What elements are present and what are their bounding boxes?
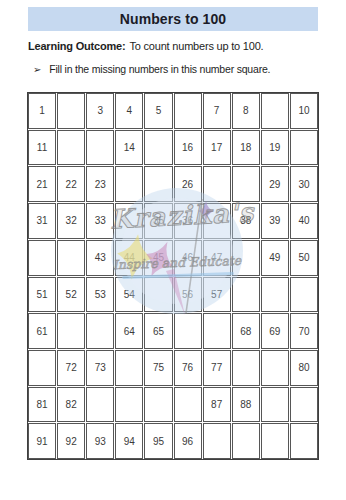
- grid-cell-r9-c8: 88: [232, 387, 260, 423]
- instruction-line: ➢ Fill in the missing numbers in this nu…: [33, 63, 270, 76]
- grid-cell-r4-c6: 36: [174, 203, 202, 239]
- grid-cell-r9-c3[interactable]: [86, 387, 114, 423]
- grid-cell-r10-c4: 94: [115, 423, 143, 459]
- grid-cell-r1-c9[interactable]: [261, 93, 289, 129]
- grid-cell-r4-c9: 39: [261, 203, 289, 239]
- grid-cell-r5-c7: 47: [203, 240, 231, 276]
- grid-cell-r3-c9: 29: [261, 166, 289, 202]
- grid-cell-r5-c10: 50: [290, 240, 318, 276]
- grid-cell-r10-c2: 92: [57, 423, 85, 459]
- grid-cell-r1-c8: 8: [232, 93, 260, 129]
- grid-cell-r8-c3: 73: [86, 350, 114, 386]
- grid-cell-r4-c8: 38: [232, 203, 260, 239]
- grid-cell-r4-c1: 31: [28, 203, 56, 239]
- grid-cell-r6-c6: 56: [174, 277, 202, 313]
- instruction-text: Fill in the missing numbers in this numb…: [49, 63, 270, 75]
- grid-cell-r2-c3[interactable]: [86, 130, 114, 166]
- grid-cell-r1-c5: 5: [144, 93, 172, 129]
- grid-cell-r2-c6: 16: [174, 130, 202, 166]
- grid-cell-r3-c6: 26: [174, 166, 202, 202]
- arrow-bullet-icon: ➢: [33, 63, 41, 76]
- grid-cell-r8-c7: 77: [203, 350, 231, 386]
- learning-outcome-text: To count numbers up to 100.: [129, 40, 263, 52]
- grid-cell-r6-c7: 57: [203, 277, 231, 313]
- grid-cell-r6-c5[interactable]: [144, 277, 172, 313]
- grid-cell-r3-c8[interactable]: [232, 166, 260, 202]
- grid-cell-r2-c8: 18: [232, 130, 260, 166]
- grid-cell-r2-c5[interactable]: [144, 130, 172, 166]
- grid-cell-r5-c9: 49: [261, 240, 289, 276]
- grid-cell-r9-c10[interactable]: [290, 387, 318, 423]
- grid-cell-r9-c2: 82: [57, 387, 85, 423]
- grid-cell-r1-c7: 7: [203, 93, 231, 129]
- grid-cell-r2-c4: 14: [115, 130, 143, 166]
- grid-cell-r10-c7[interactable]: [203, 423, 231, 459]
- grid-cell-r8-c8[interactable]: [232, 350, 260, 386]
- grid-cell-r5-c1[interactable]: [28, 240, 56, 276]
- grid-cell-r6-c8[interactable]: [232, 277, 260, 313]
- grid-cell-r6-c9[interactable]: [261, 277, 289, 313]
- grid-cell-r7-c5: 65: [144, 313, 172, 349]
- grid-cell-r3-c4[interactable]: [115, 166, 143, 202]
- grid-cell-r5-c2[interactable]: [57, 240, 85, 276]
- grid-cell-r1-c3: 3: [86, 93, 114, 129]
- grid-cell-r6-c10[interactable]: [290, 277, 318, 313]
- grid-cell-r8-c6: 76: [174, 350, 202, 386]
- grid-cell-r10-c6: 96: [174, 423, 202, 459]
- grid-cell-r7-c6[interactable]: [174, 313, 202, 349]
- grid-cell-r5-c6: 46: [174, 240, 202, 276]
- grid-cell-r7-c1: 61: [28, 313, 56, 349]
- grid-cell-r10-c8[interactable]: [232, 423, 260, 459]
- grid-cell-r8-c10: 80: [290, 350, 318, 386]
- grid-cell-r5-c4: 44: [115, 240, 143, 276]
- grid-cell-r4-c2: 32: [57, 203, 85, 239]
- worksheet-title: Numbers to 100: [120, 11, 226, 27]
- grid-cell-r9-c5[interactable]: [144, 387, 172, 423]
- grid-cell-r3-c10: 30: [290, 166, 318, 202]
- grid-cell-r4-c3: 33: [86, 203, 114, 239]
- worksheet-title-bar: Numbers to 100: [28, 7, 318, 31]
- grid-cell-r9-c9[interactable]: [261, 387, 289, 423]
- grid-cell-r2-c1: 11: [28, 130, 56, 166]
- grid-cell-r3-c7[interactable]: [203, 166, 231, 202]
- grid-cell-r2-c9: 19: [261, 130, 289, 166]
- grid-cell-r2-c7: 17: [203, 130, 231, 166]
- grid-cell-r2-c2[interactable]: [57, 130, 85, 166]
- grid-cell-r4-c5: 35: [144, 203, 172, 239]
- grid-cell-r10-c9[interactable]: [261, 423, 289, 459]
- grid-cell-r3-c3: 23: [86, 166, 114, 202]
- grid-cell-r1-c6[interactable]: [174, 93, 202, 129]
- grid-cell-r6-c1: 51: [28, 277, 56, 313]
- grid-cell-r7-c2[interactable]: [57, 313, 85, 349]
- grid-cell-r3-c5[interactable]: [144, 166, 172, 202]
- grid-cell-r5-c8[interactable]: [232, 240, 260, 276]
- number-square-grid: 1345781011141617181921222326293031323335…: [27, 92, 319, 460]
- grid-cell-r6-c2: 52: [57, 277, 85, 313]
- grid-cell-r3-c2: 22: [57, 166, 85, 202]
- grid-cell-r7-c10: 70: [290, 313, 318, 349]
- grid-cell-r9-c1: 81: [28, 387, 56, 423]
- grid-cell-r7-c7[interactable]: [203, 313, 231, 349]
- grid-cell-r7-c4: 64: [115, 313, 143, 349]
- grid-cell-r4-c4[interactable]: [115, 203, 143, 239]
- learning-outcome-label: Learning Outcome:: [28, 40, 125, 52]
- grid-cell-r4-c10: 40: [290, 203, 318, 239]
- grid-cell-r9-c6[interactable]: [174, 387, 202, 423]
- grid-cell-r4-c7[interactable]: [203, 203, 231, 239]
- grid-cell-r8-c4[interactable]: [115, 350, 143, 386]
- grid-cell-r7-c8: 68: [232, 313, 260, 349]
- grid-cell-r3-c1: 21: [28, 166, 56, 202]
- grid-cell-r1-c1: 1: [28, 93, 56, 129]
- grid-cell-r2-c10[interactable]: [290, 130, 318, 166]
- grid-cell-r1-c4: 4: [115, 93, 143, 129]
- grid-cell-r7-c3[interactable]: [86, 313, 114, 349]
- grid-cell-r1-c10: 10: [290, 93, 318, 129]
- grid-cell-r10-c5: 95: [144, 423, 172, 459]
- grid-cell-r1-c2[interactable]: [57, 93, 85, 129]
- grid-cell-r6-c4: 54: [115, 277, 143, 313]
- grid-cell-r9-c7: 87: [203, 387, 231, 423]
- grid-cell-r5-c5: 45: [144, 240, 172, 276]
- grid-cell-r10-c10[interactable]: [290, 423, 318, 459]
- grid-cell-r9-c4[interactable]: [115, 387, 143, 423]
- grid-cell-r10-c3: 93: [86, 423, 114, 459]
- grid-cell-r8-c5: 75: [144, 350, 172, 386]
- grid-cell-r8-c1[interactable]: [28, 350, 56, 386]
- grid-cell-r6-c3: 53: [86, 277, 114, 313]
- grid-cell-r7-c9: 69: [261, 313, 289, 349]
- grid-cell-r8-c2: 72: [57, 350, 85, 386]
- grid-cell-r5-c3: 43: [86, 240, 114, 276]
- grid-cell-r8-c9[interactable]: [261, 350, 289, 386]
- grid-cell-r10-c1: 91: [28, 423, 56, 459]
- learning-outcome-line: Learning Outcome:To count numbers up to …: [28, 40, 263, 52]
